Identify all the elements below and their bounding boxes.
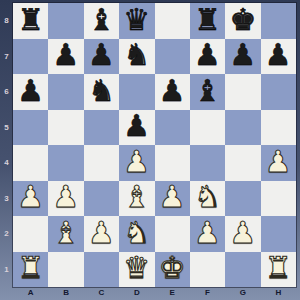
black-bishop-f6: ♝ [194,76,221,106]
white-rook-h1: ♜ [265,253,292,283]
square-f8[interactable]: ♜ [190,3,225,39]
black-pawn-f7: ♟ [194,40,221,70]
black-pawn-e6: ♟ [159,76,186,106]
file-label-b: B [48,287,83,300]
square-e7[interactable] [155,39,190,75]
square-c3[interactable] [84,181,119,217]
square-f5[interactable] [190,110,225,146]
square-h1[interactable]: ♜ [261,252,296,288]
rank-label-5: 5 [0,110,13,146]
black-pawn-b7: ♟ [53,40,80,70]
black-pawn-h7: ♟ [265,40,292,70]
square-g8[interactable]: ♚ [225,3,260,39]
square-a4[interactable] [13,145,48,181]
square-a2[interactable] [13,216,48,252]
black-knight-d7: ♞ [123,40,150,70]
square-g3[interactable] [225,181,260,217]
white-pawn-b3: ♟ [53,182,80,212]
square-a6[interactable]: ♟ [13,74,48,110]
board-frame: 87654321 ♜♝♛♜♚♟♟♞♟♟♟♟♞♟♝♟♟♟♟♟♝♟♞♝♟♞♟♟♜♛♚… [0,0,300,300]
rank-label-2: 2 [0,216,13,252]
file-label-a: A [13,287,48,300]
square-e3[interactable]: ♟ [155,181,190,217]
white-king-e1: ♚ [159,253,186,283]
square-a8[interactable]: ♜ [13,3,48,39]
rank-label-8: 8 [0,3,13,39]
white-pawn-h4: ♟ [265,147,292,177]
file-label-c: C [84,287,119,300]
file-label-e: E [155,287,190,300]
white-pawn-g2: ♟ [229,218,256,248]
square-a7[interactable] [13,39,48,75]
square-c7[interactable]: ♟ [84,39,119,75]
file-label-f: F [190,287,225,300]
white-knight-d2: ♞ [123,218,150,248]
square-a1[interactable]: ♜ [13,252,48,288]
square-b7[interactable]: ♟ [48,39,83,75]
white-pawn-c2: ♟ [88,218,115,248]
square-d3[interactable]: ♝ [119,181,154,217]
square-g1[interactable] [225,252,260,288]
square-d2[interactable]: ♞ [119,216,154,252]
white-pawn-d4: ♟ [123,147,150,177]
black-pawn-g7: ♟ [229,40,256,70]
square-h7[interactable]: ♟ [261,39,296,75]
white-pawn-e3: ♟ [159,182,186,212]
square-b5[interactable] [48,110,83,146]
square-g7[interactable]: ♟ [225,39,260,75]
square-d7[interactable]: ♞ [119,39,154,75]
white-knight-f3: ♞ [194,182,221,212]
black-pawn-a6: ♟ [17,76,44,106]
white-bishop-d3: ♝ [123,182,150,212]
square-b1[interactable] [48,252,83,288]
square-e1[interactable]: ♚ [155,252,190,288]
square-f6[interactable]: ♝ [190,74,225,110]
square-f2[interactable]: ♟ [190,216,225,252]
square-e4[interactable] [155,145,190,181]
black-knight-c6: ♞ [88,76,115,106]
black-pawn-d5: ♟ [123,111,150,141]
square-d8[interactable]: ♛ [119,3,154,39]
square-a5[interactable] [13,110,48,146]
file-label-d: D [119,287,154,300]
square-d1[interactable]: ♛ [119,252,154,288]
file-labels: ABCDEFGH [13,287,296,300]
square-g5[interactable] [225,110,260,146]
chess-board[interactable]: ♜♝♛♜♚♟♟♞♟♟♟♟♞♟♝♟♟♟♟♟♝♟♞♝♟♞♟♟♜♛♚♜ [13,3,296,287]
rank-label-4: 4 [0,145,13,181]
square-h6[interactable] [261,74,296,110]
square-h3[interactable] [261,181,296,217]
black-pawn-c7: ♟ [88,40,115,70]
square-c8[interactable]: ♝ [84,3,119,39]
square-b3[interactable]: ♟ [48,181,83,217]
black-queen-d8: ♛ [123,5,150,35]
square-h5[interactable] [261,110,296,146]
square-b4[interactable] [48,145,83,181]
square-g4[interactable] [225,145,260,181]
square-c2[interactable]: ♟ [84,216,119,252]
square-d6[interactable] [119,74,154,110]
square-c6[interactable]: ♞ [84,74,119,110]
square-c1[interactable] [84,252,119,288]
square-h4[interactable]: ♟ [261,145,296,181]
white-pawn-a3: ♟ [17,182,44,212]
square-h2[interactable] [261,216,296,252]
square-a3[interactable]: ♟ [13,181,48,217]
square-f3[interactable]: ♞ [190,181,225,217]
white-rook-a1: ♜ [17,253,44,283]
square-b6[interactable] [48,74,83,110]
square-b8[interactable] [48,3,83,39]
square-f4[interactable] [190,145,225,181]
white-pawn-f2: ♟ [194,218,221,248]
white-queen-d1: ♛ [123,253,150,283]
rank-label-7: 7 [0,39,13,75]
square-d5[interactable]: ♟ [119,110,154,146]
square-d4[interactable]: ♟ [119,145,154,181]
square-e5[interactable] [155,110,190,146]
black-rook-a8: ♜ [17,5,44,35]
square-e2[interactable] [155,216,190,252]
square-g2[interactable]: ♟ [225,216,260,252]
file-label-h: H [261,287,296,300]
rank-label-6: 6 [0,74,13,110]
square-f1[interactable] [190,252,225,288]
file-label-g: G [225,287,260,300]
black-king-g8: ♚ [229,5,256,35]
square-e6[interactable]: ♟ [155,74,190,110]
square-b2[interactable]: ♝ [48,216,83,252]
rank-label-1: 1 [0,252,13,288]
rank-label-3: 3 [0,181,13,217]
black-rook-f8: ♜ [194,5,221,35]
square-g6[interactable] [225,74,260,110]
square-e8[interactable] [155,3,190,39]
rank-labels: 87654321 [0,3,13,287]
black-bishop-c8: ♝ [88,5,115,35]
square-f7[interactable]: ♟ [190,39,225,75]
square-c5[interactable] [84,110,119,146]
white-bishop-b2: ♝ [53,218,80,248]
square-h8[interactable] [261,3,296,39]
square-c4[interactable] [84,145,119,181]
